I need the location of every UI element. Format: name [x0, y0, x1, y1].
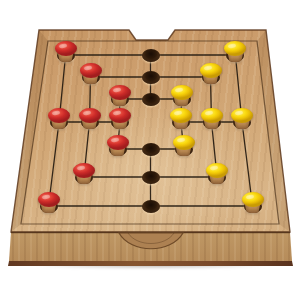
red-peg-cap	[107, 135, 129, 150]
red-peg-c4[interactable]	[109, 108, 131, 130]
red-peg-a4[interactable]	[48, 108, 70, 130]
red-peg-cap	[109, 108, 131, 123]
yellow-peg-f4[interactable]	[201, 108, 223, 130]
yellow-peg-cap	[200, 63, 222, 78]
yellow-peg-cap	[171, 85, 193, 100]
red-peg-a7[interactable]	[55, 41, 77, 63]
yellow-peg-cap	[170, 108, 192, 123]
yellow-peg-f2[interactable]	[206, 163, 228, 185]
yellow-peg-e5[interactable]	[171, 85, 193, 107]
point-d5-hole[interactable]	[142, 93, 160, 106]
red-peg-b6[interactable]	[80, 63, 102, 85]
yellow-peg-cap	[231, 108, 253, 123]
yellow-peg-f6[interactable]	[200, 63, 222, 85]
red-peg-b2[interactable]	[73, 163, 95, 185]
yellow-peg-cap	[201, 108, 223, 123]
yellow-peg-g4[interactable]	[231, 108, 253, 130]
red-peg-cap	[55, 41, 77, 56]
red-peg-c5[interactable]	[109, 85, 131, 107]
red-peg-cap	[38, 192, 60, 207]
yellow-peg-g7[interactable]	[224, 41, 246, 63]
product-photo	[0, 0, 300, 300]
yellow-peg-cap	[242, 192, 264, 207]
point-d2-hole[interactable]	[142, 171, 160, 184]
red-peg-cap	[109, 85, 131, 100]
board-points	[0, 0, 300, 300]
red-peg-c3[interactable]	[107, 135, 129, 157]
red-peg-cap	[79, 108, 101, 123]
point-d6-hole[interactable]	[142, 71, 160, 84]
red-peg-cap	[80, 63, 102, 78]
red-peg-cap	[73, 163, 95, 178]
yellow-peg-g1[interactable]	[242, 192, 264, 214]
yellow-peg-e4[interactable]	[170, 108, 192, 130]
yellow-peg-cap	[206, 163, 228, 178]
yellow-peg-cap	[173, 135, 195, 150]
yellow-peg-cap	[224, 41, 246, 56]
yellow-peg-e3[interactable]	[173, 135, 195, 157]
red-peg-cap	[48, 108, 70, 123]
point-d1-hole[interactable]	[142, 200, 160, 213]
point-d3-hole[interactable]	[142, 143, 160, 156]
red-peg-a1[interactable]	[38, 192, 60, 214]
point-d7-hole[interactable]	[142, 49, 160, 62]
red-peg-b4[interactable]	[79, 108, 101, 130]
